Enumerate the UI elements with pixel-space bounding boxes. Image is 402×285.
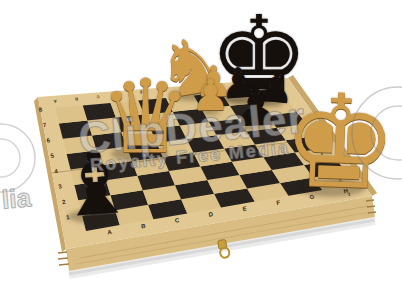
stock-photo-canvas: AABBCCDDEEFFGGHH1122334455667788 ♚♛♞♟♟♚♝… [0, 0, 402, 285]
watermark-partial-text: lia [1, 182, 33, 215]
